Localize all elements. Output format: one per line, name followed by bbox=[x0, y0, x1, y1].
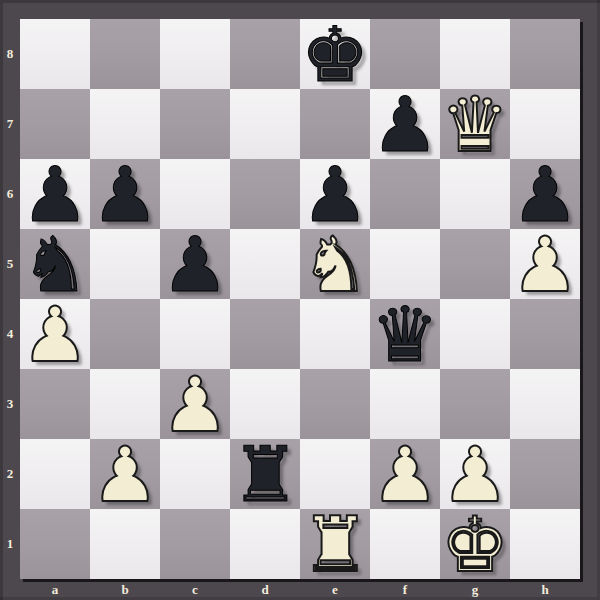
square-c8[interactable] bbox=[160, 19, 230, 89]
rank-label-3: 3 bbox=[0, 369, 20, 439]
piece-black-knight-a5[interactable]: ♞ bbox=[20, 229, 90, 299]
square-a2[interactable] bbox=[20, 439, 90, 509]
piece-white-pawn-a4[interactable]: ♟ bbox=[20, 299, 90, 369]
square-e1[interactable]: ♜ bbox=[300, 509, 370, 579]
file-label-f: f bbox=[370, 581, 440, 600]
square-f1[interactable] bbox=[370, 509, 440, 579]
square-d8[interactable] bbox=[230, 19, 300, 89]
square-f6[interactable] bbox=[370, 159, 440, 229]
square-a1[interactable] bbox=[20, 509, 90, 579]
square-d7[interactable] bbox=[230, 89, 300, 159]
square-f5[interactable] bbox=[370, 229, 440, 299]
square-c3[interactable]: ♟ bbox=[160, 369, 230, 439]
square-h3[interactable] bbox=[510, 369, 580, 439]
square-b4[interactable] bbox=[90, 299, 160, 369]
square-g7[interactable]: ♛ bbox=[440, 89, 510, 159]
file-label-b: b bbox=[90, 581, 160, 600]
piece-black-pawn-e6[interactable]: ♟ bbox=[300, 159, 370, 229]
square-b1[interactable] bbox=[90, 509, 160, 579]
square-b5[interactable] bbox=[90, 229, 160, 299]
rank-label-6: 6 bbox=[0, 159, 20, 229]
piece-black-pawn-f7[interactable]: ♟ bbox=[370, 89, 440, 159]
piece-white-king-g1[interactable]: ♚ bbox=[440, 509, 510, 579]
chessboard: ♚♟♛♟♟♟♟♞♟♞♟♟♛♟♟♜♟♟♜♚ bbox=[20, 19, 580, 579]
piece-white-pawn-g2[interactable]: ♟ bbox=[440, 439, 510, 509]
square-g8[interactable] bbox=[440, 19, 510, 89]
file-label-a: a bbox=[20, 581, 90, 600]
square-a6[interactable]: ♟ bbox=[20, 159, 90, 229]
square-f7[interactable]: ♟ bbox=[370, 89, 440, 159]
piece-black-pawn-a6[interactable]: ♟ bbox=[20, 159, 90, 229]
square-e3[interactable] bbox=[300, 369, 370, 439]
square-a5[interactable]: ♞ bbox=[20, 229, 90, 299]
square-f4[interactable]: ♛ bbox=[370, 299, 440, 369]
square-a4[interactable]: ♟ bbox=[20, 299, 90, 369]
piece-white-knight-e5[interactable]: ♞ bbox=[300, 229, 370, 299]
square-h2[interactable] bbox=[510, 439, 580, 509]
square-h8[interactable] bbox=[510, 19, 580, 89]
square-c2[interactable] bbox=[160, 439, 230, 509]
square-h1[interactable] bbox=[510, 509, 580, 579]
piece-black-queen-f4[interactable]: ♛ bbox=[370, 299, 440, 369]
square-c5[interactable]: ♟ bbox=[160, 229, 230, 299]
square-e4[interactable] bbox=[300, 299, 370, 369]
square-g5[interactable] bbox=[440, 229, 510, 299]
rank-label-7: 7 bbox=[0, 89, 20, 159]
piece-black-pawn-c5[interactable]: ♟ bbox=[160, 229, 230, 299]
square-d6[interactable] bbox=[230, 159, 300, 229]
square-d1[interactable] bbox=[230, 509, 300, 579]
square-b3[interactable] bbox=[90, 369, 160, 439]
square-h4[interactable] bbox=[510, 299, 580, 369]
file-label-e: e bbox=[300, 581, 370, 600]
square-h6[interactable]: ♟ bbox=[510, 159, 580, 229]
square-e7[interactable] bbox=[300, 89, 370, 159]
square-c4[interactable] bbox=[160, 299, 230, 369]
square-a7[interactable] bbox=[20, 89, 90, 159]
square-d3[interactable] bbox=[230, 369, 300, 439]
square-e6[interactable]: ♟ bbox=[300, 159, 370, 229]
square-f3[interactable] bbox=[370, 369, 440, 439]
rank-label-4: 4 bbox=[0, 299, 20, 369]
square-c6[interactable] bbox=[160, 159, 230, 229]
piece-white-pawn-f2[interactable]: ♟ bbox=[370, 439, 440, 509]
square-g2[interactable]: ♟ bbox=[440, 439, 510, 509]
piece-white-queen-g7[interactable]: ♛ bbox=[440, 89, 510, 159]
piece-black-rook-d2[interactable]: ♜ bbox=[230, 439, 300, 509]
square-b8[interactable] bbox=[90, 19, 160, 89]
square-d4[interactable] bbox=[230, 299, 300, 369]
piece-black-pawn-h6[interactable]: ♟ bbox=[510, 159, 580, 229]
square-e5[interactable]: ♞ bbox=[300, 229, 370, 299]
square-e8[interactable]: ♚ bbox=[300, 19, 370, 89]
square-d5[interactable] bbox=[230, 229, 300, 299]
piece-white-rook-e1[interactable]: ♜ bbox=[300, 509, 370, 579]
file-label-d: d bbox=[230, 581, 300, 600]
square-b6[interactable]: ♟ bbox=[90, 159, 160, 229]
piece-white-pawn-h5[interactable]: ♟ bbox=[510, 229, 580, 299]
square-g1[interactable]: ♚ bbox=[440, 509, 510, 579]
square-g4[interactable] bbox=[440, 299, 510, 369]
piece-white-pawn-c3[interactable]: ♟ bbox=[160, 369, 230, 439]
rank-label-5: 5 bbox=[0, 229, 20, 299]
file-label-h: h bbox=[510, 581, 580, 600]
square-f8[interactable] bbox=[370, 19, 440, 89]
square-h5[interactable]: ♟ bbox=[510, 229, 580, 299]
rank-label-2: 2 bbox=[0, 439, 20, 509]
file-label-g: g bbox=[440, 581, 510, 600]
piece-white-pawn-b2[interactable]: ♟ bbox=[90, 439, 160, 509]
square-a3[interactable] bbox=[20, 369, 90, 439]
square-a8[interactable] bbox=[20, 19, 90, 89]
square-d2[interactable]: ♜ bbox=[230, 439, 300, 509]
square-e2[interactable] bbox=[300, 439, 370, 509]
square-g3[interactable] bbox=[440, 369, 510, 439]
rank-label-1: 1 bbox=[0, 509, 20, 579]
square-c1[interactable] bbox=[160, 509, 230, 579]
square-c7[interactable] bbox=[160, 89, 230, 159]
square-g6[interactable] bbox=[440, 159, 510, 229]
file-label-c: c bbox=[160, 581, 230, 600]
square-b7[interactable] bbox=[90, 89, 160, 159]
square-h7[interactable] bbox=[510, 89, 580, 159]
square-f2[interactable]: ♟ bbox=[370, 439, 440, 509]
piece-black-pawn-b6[interactable]: ♟ bbox=[90, 159, 160, 229]
rank-label-8: 8 bbox=[0, 19, 20, 89]
square-b2[interactable]: ♟ bbox=[90, 439, 160, 509]
piece-black-king-e8[interactable]: ♚ bbox=[300, 19, 370, 89]
chessboard-frame: ♚♟♛♟♟♟♟♞♟♞♟♟♛♟♟♜♟♟♜♚ 87654321 abcdefgh bbox=[0, 0, 600, 600]
